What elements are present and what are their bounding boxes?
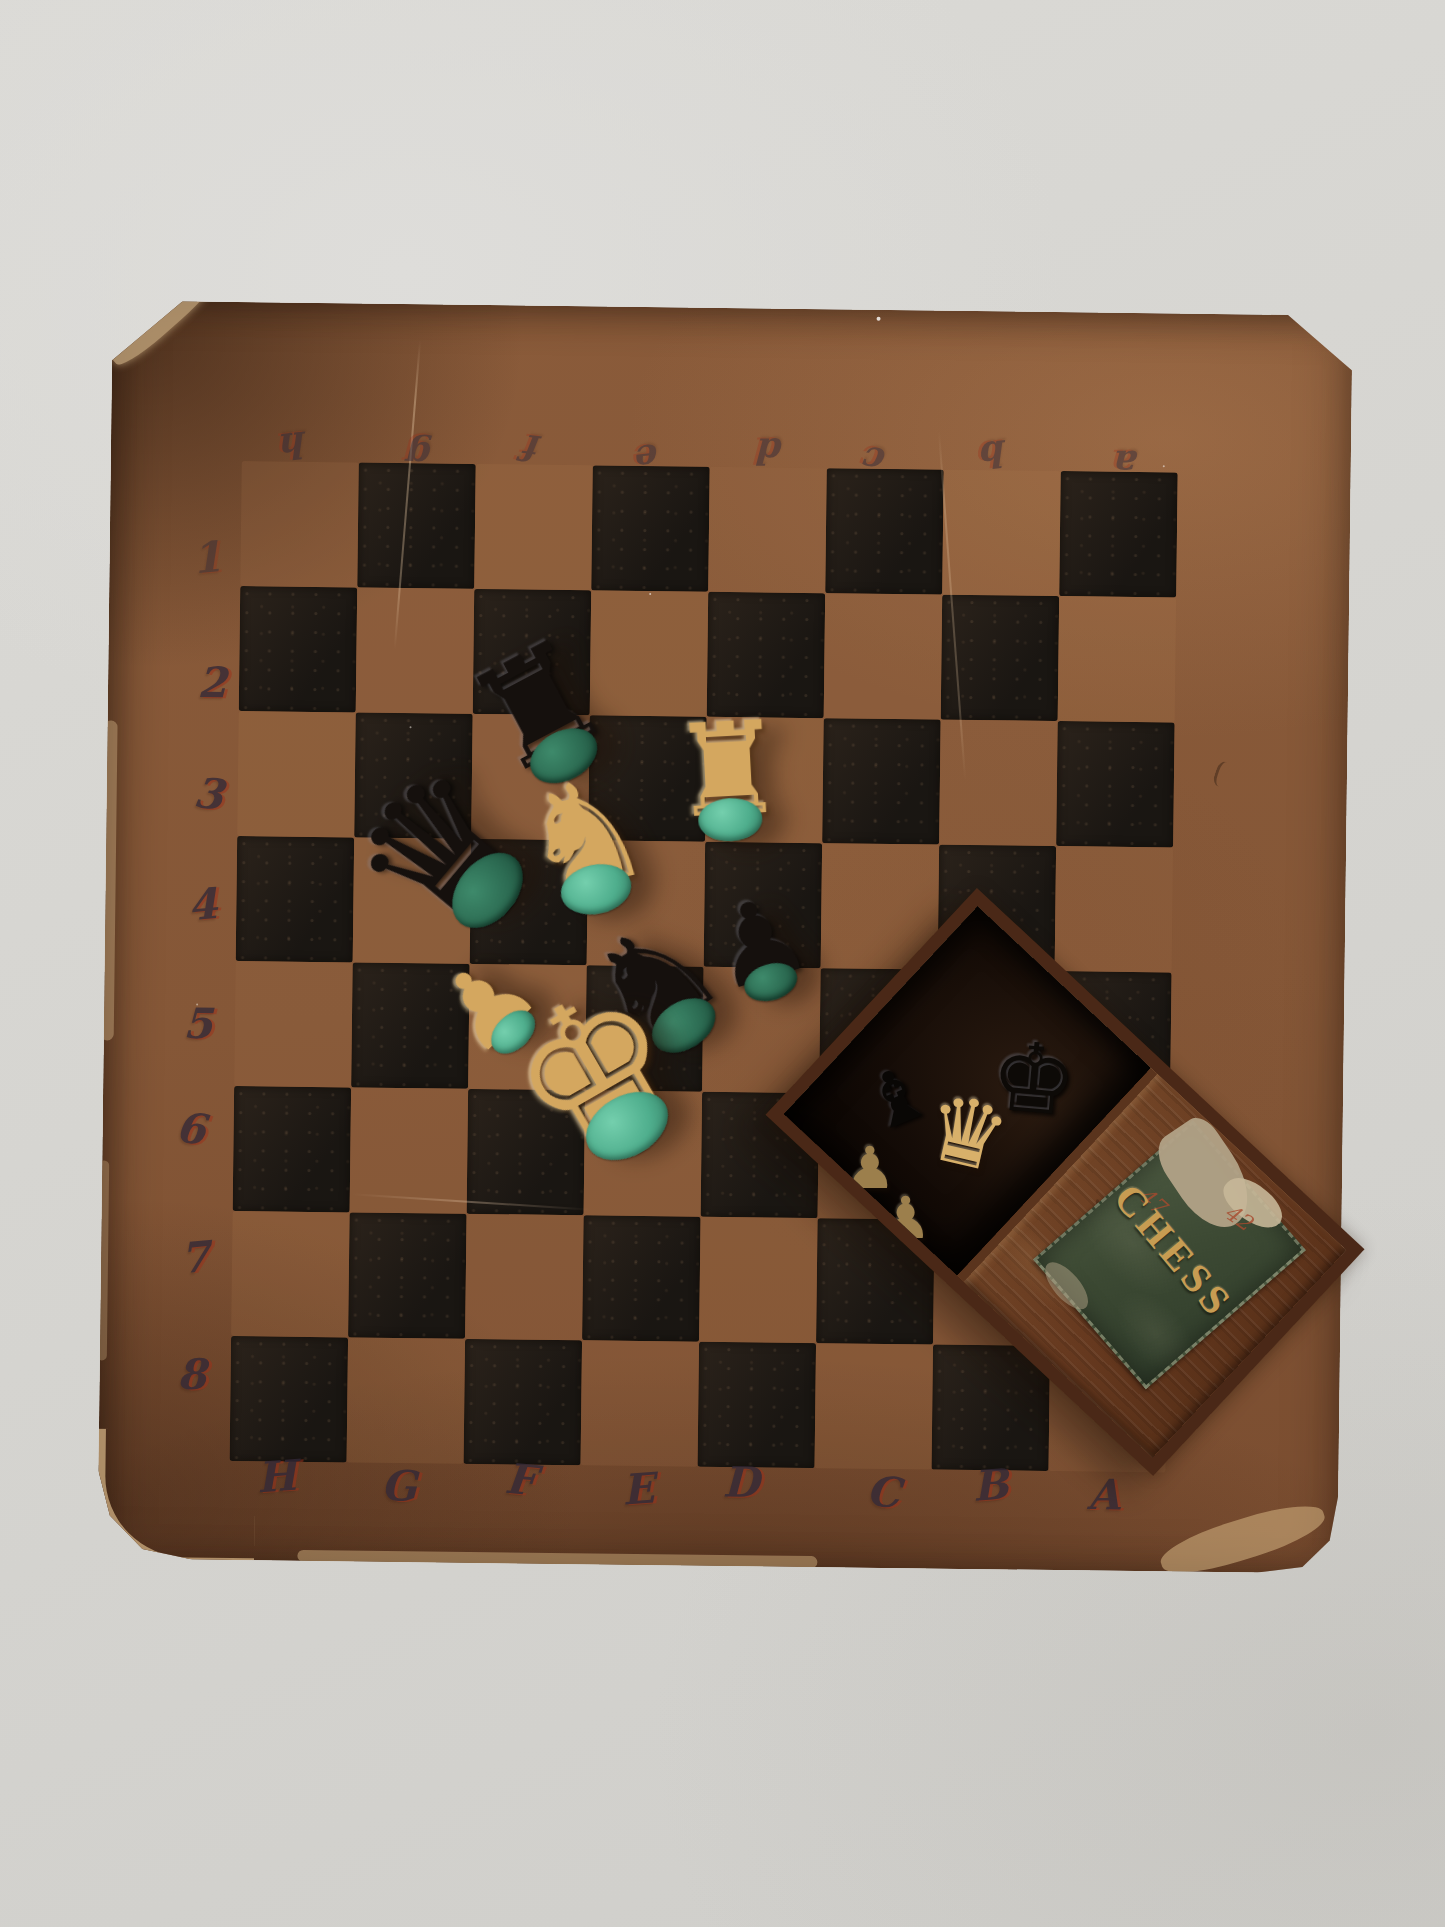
file-label-bottom-D: D (722, 1458, 759, 1507)
square-d2 (707, 592, 826, 718)
square-d1 (708, 467, 827, 593)
square-h2 (239, 586, 358, 712)
square-h3 (237, 711, 356, 837)
square-f6 (467, 1089, 586, 1215)
file-label-top-a: a (1115, 443, 1139, 485)
file-label-bottom-F: F (503, 1454, 538, 1506)
square-g5 (351, 962, 470, 1088)
rank-label-8: 8 (177, 1349, 207, 1398)
file-label-top-h: h (279, 423, 310, 468)
square-e6 (584, 1090, 703, 1216)
square-b1 (942, 470, 1061, 596)
square-c2 (824, 593, 943, 719)
square-f2 (473, 589, 592, 715)
square-h4 (236, 836, 355, 962)
square-e5 (585, 965, 704, 1091)
edge-fray (101, 720, 118, 1040)
square-h1 (240, 461, 359, 587)
rank-label-7: 7 (178, 1231, 212, 1282)
square-g8 (347, 1337, 466, 1463)
rank-label-2: 2 (197, 658, 227, 707)
scratch-mark (1211, 760, 1237, 791)
photo-scene: 12345678HGFEDCBAhgfedcba ♜♜♛♞♞♟♟♚ ♚♛♝♟♟ … (0, 0, 1445, 1927)
square-a2 (1058, 596, 1177, 722)
file-label-top-b: b (980, 432, 1010, 477)
square-e4 (587, 840, 706, 966)
square-g3 (354, 712, 473, 838)
edge-fray (97, 1160, 109, 1360)
square-h6 (233, 1086, 352, 1212)
square-d7 (699, 1217, 818, 1343)
square-g1 (357, 462, 476, 588)
file-label-top-d: d (759, 430, 785, 472)
square-g4 (353, 837, 472, 963)
square-g2 (356, 587, 475, 713)
file-label-bottom-E: E (620, 1463, 656, 1514)
file-label-bottom-B: B (970, 1460, 1009, 1512)
square-g7 (348, 1212, 467, 1338)
rank-label-3: 3 (191, 767, 226, 819)
square-a4 (1055, 846, 1174, 972)
square-e1 (591, 465, 710, 591)
square-a1 (1059, 471, 1178, 597)
square-f5 (468, 964, 587, 1090)
file-label-top-e: e (635, 436, 662, 480)
square-b3 (939, 720, 1058, 846)
paint-specks (113, 300, 115, 302)
square-c1 (825, 468, 944, 594)
file-label-top-g: g (408, 434, 434, 476)
square-e8 (581, 1340, 700, 1466)
corner-tear (91, 1428, 256, 1572)
file-label-bottom-C: C (864, 1466, 902, 1518)
edge-fray (297, 1550, 817, 1568)
rank-label-5: 5 (183, 998, 213, 1047)
corner-tear (1279, 284, 1362, 359)
corner-tear (1156, 1495, 1330, 1584)
corner-tear (107, 267, 221, 371)
square-f3 (471, 714, 590, 840)
square-h5 (234, 961, 353, 1087)
square-d8 (698, 1342, 817, 1468)
square-e7 (582, 1215, 701, 1341)
rank-label-1: 1 (190, 531, 224, 582)
white-queen-glyph: ♛ (914, 1072, 1018, 1195)
square-c8 (815, 1343, 934, 1469)
file-label-bottom-G: G (381, 1461, 417, 1510)
square-h7 (231, 1211, 350, 1337)
square-f7 (465, 1214, 584, 1340)
square-f8 (464, 1339, 583, 1465)
boxed-black-bishop: ♝ (852, 1051, 941, 1144)
square-c3 (822, 718, 941, 844)
square-e3 (588, 715, 707, 841)
rank-label-6: 6 (173, 1102, 208, 1154)
square-f1 (474, 464, 593, 590)
square-e2 (590, 590, 709, 716)
file-label-bottom-H: H (254, 1451, 297, 1503)
square-d4 (704, 842, 823, 968)
rank-label-4: 4 (186, 878, 220, 929)
square-d3 (705, 717, 824, 843)
square-a3 (1056, 721, 1175, 847)
square-f4 (470, 839, 589, 965)
